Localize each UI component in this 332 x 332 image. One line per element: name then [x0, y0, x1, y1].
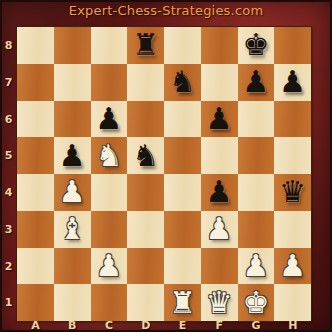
square-b4[interactable]: ♟	[54, 174, 91, 211]
file-label-b: B	[54, 319, 91, 332]
square-f2[interactable]	[201, 248, 238, 285]
square-d7[interactable]	[127, 64, 164, 101]
square-b5[interactable]: ♟	[54, 137, 91, 174]
square-e8[interactable]	[164, 27, 201, 64]
square-a2[interactable]	[17, 248, 54, 285]
square-d5[interactable]: ♞	[127, 137, 164, 174]
square-c3[interactable]	[91, 211, 128, 248]
square-e1[interactable]: ♜	[164, 284, 201, 321]
square-g1[interactable]: ♚	[238, 284, 275, 321]
rank-label-6: 6	[0, 113, 17, 126]
white-pawn-h2[interactable]: ♟	[274, 248, 311, 285]
square-d4[interactable]	[127, 174, 164, 211]
file-label-f: F	[201, 319, 238, 332]
square-d3[interactable]	[127, 211, 164, 248]
square-h8[interactable]	[274, 27, 311, 64]
black-queen-h4[interactable]: ♛	[274, 174, 311, 211]
file-label-c: C	[91, 319, 128, 332]
square-g8[interactable]: ♚	[238, 27, 275, 64]
square-h4[interactable]: ♛	[274, 174, 311, 211]
square-c4[interactable]	[91, 174, 128, 211]
square-g5[interactable]	[238, 137, 275, 174]
white-pawn-c2[interactable]: ♟	[91, 248, 128, 285]
black-pawn-f4[interactable]: ♟	[201, 174, 238, 211]
square-c1[interactable]	[91, 284, 128, 321]
file-label-h: H	[274, 319, 311, 332]
black-rook-d8[interactable]: ♜	[127, 27, 164, 64]
square-h5[interactable]	[274, 137, 311, 174]
square-d2[interactable]	[127, 248, 164, 285]
square-a4[interactable]	[17, 174, 54, 211]
file-label-d: D	[127, 319, 164, 332]
square-h3[interactable]	[274, 211, 311, 248]
square-b3[interactable]: ♝	[54, 211, 91, 248]
square-e5[interactable]	[164, 137, 201, 174]
square-b6[interactable]	[54, 101, 91, 138]
square-h6[interactable]	[274, 101, 311, 138]
rank-label-4: 4	[0, 186, 17, 199]
square-g4[interactable]	[238, 174, 275, 211]
white-queen-f1[interactable]: ♛	[201, 284, 238, 321]
square-a1[interactable]	[17, 284, 54, 321]
file-label-e: E	[164, 319, 201, 332]
square-b8[interactable]	[54, 27, 91, 64]
square-c5[interactable]: ♞	[91, 137, 128, 174]
square-a3[interactable]	[17, 211, 54, 248]
square-h1[interactable]	[274, 284, 311, 321]
square-f1[interactable]: ♛	[201, 284, 238, 321]
square-f4[interactable]: ♟	[201, 174, 238, 211]
black-pawn-h7[interactable]: ♟	[274, 64, 311, 101]
rank-label-7: 7	[0, 76, 17, 89]
square-c6[interactable]: ♟	[91, 101, 128, 138]
square-b2[interactable]	[54, 248, 91, 285]
chess-board: ♜♚♞♟♟♟♟♟♞♞♟♟♛♝♟♟♟♟♜♛♚	[17, 27, 311, 321]
rank-label-2: 2	[0, 260, 17, 273]
rank-label-3: 3	[0, 223, 17, 236]
black-pawn-c6[interactable]: ♟	[91, 101, 128, 138]
square-f7[interactable]	[201, 64, 238, 101]
square-d1[interactable]	[127, 284, 164, 321]
white-pawn-g2[interactable]: ♟	[238, 248, 275, 285]
square-g3[interactable]	[238, 211, 275, 248]
square-b1[interactable]	[54, 284, 91, 321]
square-g7[interactable]: ♟	[238, 64, 275, 101]
rank-label-8: 8	[0, 39, 17, 52]
white-pawn-b4[interactable]: ♟	[54, 174, 91, 211]
white-rook-e1[interactable]: ♜	[164, 284, 201, 321]
rank-label-5: 5	[0, 149, 17, 162]
white-pawn-f3[interactable]: ♟	[201, 211, 238, 248]
black-pawn-f6[interactable]: ♟	[201, 101, 238, 138]
square-d6[interactable]	[127, 101, 164, 138]
file-label-g: G	[238, 319, 275, 332]
square-e7[interactable]: ♞	[164, 64, 201, 101]
white-knight-c5[interactable]: ♞	[91, 137, 128, 174]
black-king-g8[interactable]: ♚	[238, 27, 275, 64]
square-a8[interactable]	[17, 27, 54, 64]
black-knight-d5[interactable]: ♞	[127, 137, 164, 174]
square-e4[interactable]	[164, 174, 201, 211]
square-e6[interactable]	[164, 101, 201, 138]
rank-label-1: 1	[0, 296, 17, 309]
square-g2[interactable]: ♟	[238, 248, 275, 285]
square-f8[interactable]	[201, 27, 238, 64]
square-h7[interactable]: ♟	[274, 64, 311, 101]
square-a7[interactable]	[17, 64, 54, 101]
square-c7[interactable]	[91, 64, 128, 101]
square-c8[interactable]	[91, 27, 128, 64]
square-e3[interactable]	[164, 211, 201, 248]
square-e2[interactable]	[164, 248, 201, 285]
black-pawn-g7[interactable]: ♟	[238, 64, 275, 101]
square-b7[interactable]	[54, 64, 91, 101]
file-label-a: A	[17, 319, 54, 332]
white-bishop-b3[interactable]: ♝	[54, 211, 91, 248]
square-a5[interactable]	[17, 137, 54, 174]
black-knight-e7[interactable]: ♞	[164, 64, 201, 101]
square-a6[interactable]	[17, 101, 54, 138]
chess-diagram: Expert-Chess-Strategies.com ♜♚♞♟♟♟♟♟♞♞♟♟…	[0, 0, 332, 332]
white-king-g1[interactable]: ♚	[238, 284, 275, 321]
site-header: Expert-Chess-Strategies.com	[0, 3, 332, 25]
square-f5[interactable]	[201, 137, 238, 174]
black-pawn-b5[interactable]: ♟	[54, 137, 91, 174]
square-f3[interactable]: ♟	[201, 211, 238, 248]
square-g6[interactable]	[238, 101, 275, 138]
square-f6[interactable]: ♟	[201, 101, 238, 138]
square-d8[interactable]: ♜	[127, 27, 164, 64]
square-c2[interactable]: ♟	[91, 248, 128, 285]
square-h2[interactable]: ♟	[274, 248, 311, 285]
